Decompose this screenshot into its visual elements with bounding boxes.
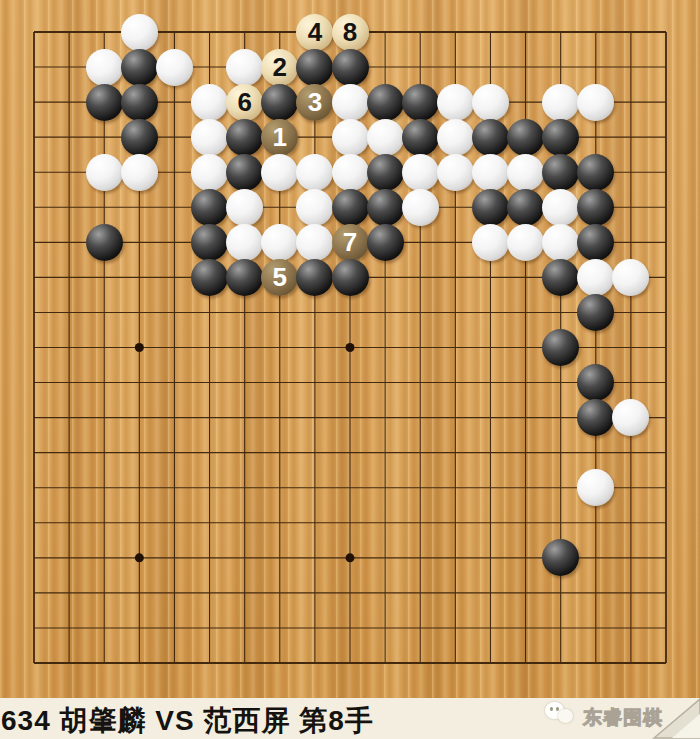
black-stone-move-7: 7 <box>332 224 369 261</box>
black-stone <box>402 84 439 121</box>
black-stone <box>86 224 123 261</box>
white-stone <box>226 189 263 226</box>
black-stone <box>577 224 614 261</box>
black-stone <box>507 189 544 226</box>
black-stone <box>577 154 614 191</box>
white-stone <box>86 154 123 191</box>
white-stone <box>191 84 228 121</box>
white-stone <box>296 224 333 261</box>
black-stone <box>577 189 614 226</box>
white-stone <box>612 259 649 296</box>
black-stone-move-5: 5 <box>261 259 298 296</box>
black-stone <box>226 154 263 191</box>
black-stone <box>191 259 228 296</box>
white-stone <box>261 154 298 191</box>
black-stone <box>367 154 404 191</box>
black-stone <box>86 84 123 121</box>
black-stone <box>472 119 509 156</box>
white-stone <box>542 189 579 226</box>
go-board[interactable]: 48263175 <box>0 0 700 698</box>
black-stone <box>261 84 298 121</box>
white-stone-move-4: 4 <box>296 14 333 51</box>
black-stone <box>191 189 228 226</box>
white-stone <box>577 84 614 121</box>
black-stone <box>226 119 263 156</box>
go-diagram-screenshot: 48263175 634 胡肇麟 VS 范西屏 第8手 东睿围棋 <box>0 0 700 739</box>
white-stone <box>542 84 579 121</box>
black-stone <box>191 224 228 261</box>
white-stone <box>507 224 544 261</box>
white-stone-move-6: 6 <box>226 84 263 121</box>
black-stone <box>121 49 158 86</box>
black-stone <box>332 189 369 226</box>
white-stone <box>367 119 404 156</box>
black-stone <box>226 259 263 296</box>
white-stone <box>472 84 509 121</box>
white-stone <box>296 154 333 191</box>
white-stone-move-2: 2 <box>261 49 298 86</box>
black-stone <box>542 259 579 296</box>
white-stone <box>86 49 123 86</box>
white-stone <box>542 224 579 261</box>
white-stone <box>332 119 369 156</box>
white-stone <box>296 189 333 226</box>
white-stone <box>437 84 474 121</box>
black-stone <box>296 259 333 296</box>
white-stone <box>437 154 474 191</box>
white-stone <box>577 259 614 296</box>
page-corner-icon <box>650 698 700 739</box>
black-stone <box>577 294 614 331</box>
white-stone <box>121 154 158 191</box>
black-stone-move-3: 3 <box>296 84 333 121</box>
black-stone <box>402 119 439 156</box>
black-stone <box>472 189 509 226</box>
white-stone <box>191 154 228 191</box>
white-stone <box>332 154 369 191</box>
black-stone <box>332 259 369 296</box>
caption-bar: 634 胡肇麟 VS 范西屏 第8手 东睿围棋 <box>0 698 700 739</box>
game-caption: 634 胡肇麟 VS 范西屏 第8手 <box>1 702 374 739</box>
white-stone <box>332 84 369 121</box>
black-stone <box>542 119 579 156</box>
black-stone <box>367 224 404 261</box>
black-stone <box>121 84 158 121</box>
white-stone <box>472 154 509 191</box>
black-stone <box>332 49 369 86</box>
black-stone <box>121 119 158 156</box>
white-stone <box>156 49 193 86</box>
black-stone <box>542 329 579 366</box>
white-stone <box>507 154 544 191</box>
black-stone <box>367 189 404 226</box>
black-stone <box>367 84 404 121</box>
white-stone <box>226 49 263 86</box>
white-stone <box>472 224 509 261</box>
white-stone <box>437 119 474 156</box>
chat-bubbles-icon <box>545 700 579 730</box>
white-stone <box>261 224 298 261</box>
black-stone-move-1: 1 <box>261 119 298 156</box>
white-stone <box>121 14 158 51</box>
white-stone <box>191 119 228 156</box>
black-stone <box>507 119 544 156</box>
white-stone <box>402 154 439 191</box>
white-stone <box>226 224 263 261</box>
watermark: 东睿围棋 <box>555 698 700 739</box>
black-stone <box>296 49 333 86</box>
black-stone <box>542 154 579 191</box>
white-stone-move-8: 8 <box>332 14 369 51</box>
white-stone <box>402 189 439 226</box>
